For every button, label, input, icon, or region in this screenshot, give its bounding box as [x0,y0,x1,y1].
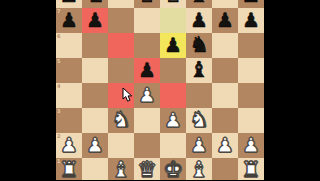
white-pawn-b2[interactable]: ♟ [86,135,104,155]
square-g7[interactable]: ♟ [212,8,238,33]
white-pawn-f2[interactable]: ♟ [190,135,208,155]
square-a4[interactable]: 4 [56,83,82,108]
black-pawn-h7[interactable]: ♟ [242,10,260,30]
square-e5[interactable] [160,58,186,83]
square-g5[interactable] [212,58,238,83]
square-h4[interactable] [238,83,264,108]
square-d4[interactable]: ♟ [134,83,160,108]
square-a5[interactable]: 5 [56,58,82,83]
white-rook-h1[interactable]: ♜ [241,159,261,181]
square-c3[interactable]: ♞ [108,108,134,133]
square-f4[interactable] [186,83,212,108]
square-b1[interactable] [82,158,108,180]
square-c6[interactable] [108,33,134,58]
square-c8[interactable] [108,0,134,8]
black-knight-b8[interactable]: ♞ [85,0,105,6]
white-pawn-g2[interactable]: ♟ [216,135,234,155]
black-bishop-f8[interactable]: ♝ [189,0,209,6]
square-g2[interactable]: ♟ [212,133,238,158]
square-b3[interactable] [82,108,108,133]
square-a2[interactable]: 2♟ [56,133,82,158]
chess-board[interactable]: 8♜♞♛♚♝♜7♟♟♟♟♟6♟♞5♟♝4♟3♞♟♞2♟♟♟♟♟1♜♝♛♚♝♜ [56,0,264,180]
square-d5[interactable]: ♟ [134,58,160,83]
black-rook-a8[interactable]: ♜ [59,0,79,6]
white-pawn-h2[interactable]: ♟ [242,135,260,155]
square-f5[interactable]: ♝ [186,58,212,83]
white-knight-c3[interactable]: ♞ [111,109,131,131]
white-rook-a1[interactable]: ♜ [59,159,79,181]
black-queen-d8[interactable]: ♛ [137,0,157,6]
square-d3[interactable] [134,108,160,133]
square-h3[interactable] [238,108,264,133]
letterbox-left [0,0,56,180]
coord-rank-4: 4 [57,83,60,89]
black-bishop-f5[interactable]: ♝ [189,59,209,81]
white-bishop-c1[interactable]: ♝ [111,159,131,181]
black-pawn-a7[interactable]: ♟ [60,10,78,30]
square-f3[interactable]: ♞ [186,108,212,133]
square-g4[interactable] [212,83,238,108]
square-d6[interactable] [134,33,160,58]
black-rook-h8[interactable]: ♜ [241,0,261,6]
square-h2[interactable]: ♟ [238,133,264,158]
square-h1[interactable]: ♜ [238,158,264,180]
square-b6[interactable] [82,33,108,58]
square-g6[interactable] [212,33,238,58]
square-c2[interactable] [108,133,134,158]
white-pawn-e3[interactable]: ♟ [164,110,182,130]
square-e3[interactable]: ♟ [160,108,186,133]
square-a6[interactable]: 6 [56,33,82,58]
square-h5[interactable] [238,58,264,83]
square-e6[interactable]: ♟ [160,33,186,58]
square-c7[interactable] [108,8,134,33]
square-e2[interactable] [160,133,186,158]
white-king-e1[interactable]: ♚ [163,159,183,181]
square-b5[interactable] [82,58,108,83]
square-c1[interactable]: ♝ [108,158,134,180]
square-d2[interactable] [134,133,160,158]
square-a1[interactable]: 1♜ [56,158,82,180]
white-bishop-f1[interactable]: ♝ [189,159,209,181]
square-d8[interactable]: ♛ [134,0,160,8]
black-pawn-g7[interactable]: ♟ [216,10,234,30]
coord-rank-6: 6 [57,33,60,39]
square-f6[interactable]: ♞ [186,33,212,58]
white-queen-d1[interactable]: ♛ [137,159,157,181]
white-pawn-d4[interactable]: ♟ [138,85,156,105]
black-pawn-d5[interactable]: ♟ [138,60,156,80]
square-g1[interactable] [212,158,238,180]
square-c4[interactable] [108,83,134,108]
square-e1[interactable]: ♚ [160,158,186,180]
square-f7[interactable]: ♟ [186,8,212,33]
coord-rank-5: 5 [57,58,60,64]
square-d7[interactable] [134,8,160,33]
square-b2[interactable]: ♟ [82,133,108,158]
black-knight-f6[interactable]: ♞ [189,34,209,56]
black-pawn-b7[interactable]: ♟ [86,10,104,30]
letterbox-right [270,0,320,180]
video-frame: 8♜♞♛♚♝♜7♟♟♟♟♟6♟♞5♟♝4♟3♞♟♞2♟♟♟♟♟1♜♝♛♚♝♜ [0,0,320,180]
black-king-e8[interactable]: ♚ [163,0,183,6]
square-h7[interactable]: ♟ [238,8,264,33]
square-d1[interactable]: ♛ [134,158,160,180]
black-pawn-f7[interactable]: ♟ [190,10,208,30]
coord-rank-3: 3 [57,108,60,114]
black-pawn-e6[interactable]: ♟ [164,35,182,55]
square-f2[interactable]: ♟ [186,133,212,158]
white-pawn-a2[interactable]: ♟ [60,135,78,155]
square-e7[interactable] [160,8,186,33]
square-b4[interactable] [82,83,108,108]
square-g3[interactable] [212,108,238,133]
square-c5[interactable] [108,58,134,83]
square-f1[interactable]: ♝ [186,158,212,180]
square-a3[interactable]: 3 [56,108,82,133]
square-e8[interactable]: ♚ [160,0,186,8]
white-knight-f3[interactable]: ♞ [189,109,209,131]
square-b7[interactable]: ♟ [82,8,108,33]
square-h6[interactable] [238,33,264,58]
square-e4[interactable] [160,83,186,108]
square-a7[interactable]: 7♟ [56,8,82,33]
